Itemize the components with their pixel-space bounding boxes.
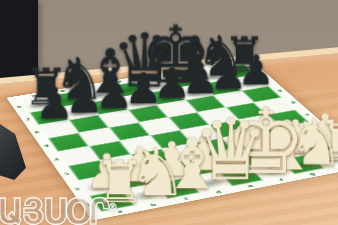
photo-scene: abcdefgh abcdefgh 87654321 87654321 ♜♞♝♛…: [0, 0, 338, 225]
registered-mark: ®: [108, 201, 116, 213]
piece-black-pawn-a7[interactable]: ♟: [32, 83, 76, 123]
square-a7[interactable]: ♟: [29, 108, 68, 126]
watermark-aysor: ԱՅՍՕՐ®: [0, 190, 116, 225]
